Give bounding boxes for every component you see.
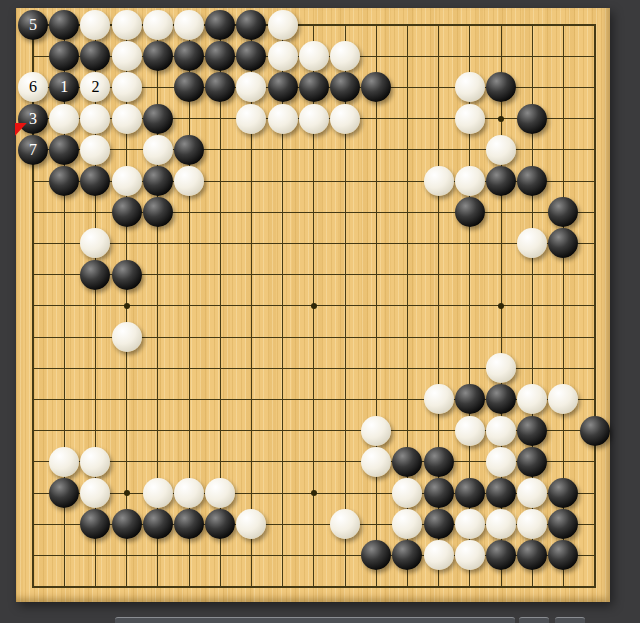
black-stone[interactable] (236, 41, 266, 71)
black-stone[interactable] (143, 509, 173, 539)
white-stone[interactable] (392, 509, 422, 539)
white-stone[interactable] (268, 41, 298, 71)
white-stone[interactable] (455, 509, 485, 539)
star-point (498, 303, 504, 309)
black-stone[interactable] (205, 72, 235, 102)
black-stone[interactable] (548, 509, 578, 539)
black-stone[interactable] (268, 72, 298, 102)
black-stone[interactable] (392, 447, 422, 477)
white-stone[interactable] (112, 322, 142, 352)
white-stone[interactable] (49, 447, 79, 477)
black-stone[interactable] (517, 104, 547, 134)
white-stone[interactable] (424, 540, 454, 570)
white-stone[interactable] (486, 135, 516, 165)
move-number-label: 5 (29, 17, 37, 33)
move-number-label: 1 (60, 79, 68, 95)
black-stone[interactable] (143, 166, 173, 196)
toolbar-button-partial[interactable] (555, 617, 585, 623)
white-stone[interactable] (174, 166, 204, 196)
star-point (311, 303, 317, 309)
white-stone[interactable] (486, 416, 516, 446)
white-stone[interactable] (455, 416, 485, 446)
white-stone[interactable] (455, 166, 485, 196)
black-stone[interactable] (548, 540, 578, 570)
black-stone[interactable] (49, 10, 79, 40)
toolbar-button-partial[interactable] (519, 617, 549, 623)
go-board[interactable]: 561237 (16, 8, 610, 602)
star-point (124, 303, 130, 309)
black-stone[interactable] (174, 72, 204, 102)
white-stone[interactable] (112, 72, 142, 102)
black-stone[interactable] (424, 509, 454, 539)
move-number-label: 7 (29, 142, 37, 158)
move-number-label: 6 (29, 79, 37, 95)
white-stone[interactable] (174, 478, 204, 508)
white-stone[interactable] (424, 384, 454, 414)
white-stone[interactable] (236, 509, 266, 539)
black-stone[interactable]: 3 (18, 104, 48, 134)
black-stone[interactable]: 7 (18, 135, 48, 165)
black-stone[interactable] (548, 478, 578, 508)
black-stone[interactable] (330, 72, 360, 102)
black-stone[interactable] (299, 72, 329, 102)
black-stone[interactable] (486, 384, 516, 414)
white-stone[interactable] (455, 540, 485, 570)
black-stone[interactable] (174, 509, 204, 539)
white-stone[interactable] (49, 104, 79, 134)
black-stone[interactable] (517, 447, 547, 477)
black-stone[interactable] (49, 41, 79, 71)
black-stone[interactable] (486, 478, 516, 508)
white-stone[interactable] (236, 104, 266, 134)
grid-line-horizontal (32, 586, 596, 588)
white-stone[interactable] (517, 509, 547, 539)
move-number-label: 2 (91, 79, 99, 95)
white-stone[interactable] (80, 478, 110, 508)
white-stone[interactable] (112, 166, 142, 196)
white-stone[interactable] (392, 478, 422, 508)
black-stone[interactable] (548, 197, 578, 227)
white-stone[interactable] (548, 384, 578, 414)
grid-line-vertical (594, 24, 596, 588)
black-stone[interactable] (205, 10, 235, 40)
white-stone[interactable] (80, 228, 110, 258)
white-stone[interactable] (112, 104, 142, 134)
white-stone[interactable]: 6 (18, 72, 48, 102)
white-stone[interactable] (424, 166, 454, 196)
white-stone[interactable] (455, 72, 485, 102)
white-stone[interactable] (268, 104, 298, 134)
white-stone[interactable] (174, 10, 204, 40)
black-stone[interactable] (455, 478, 485, 508)
white-stone[interactable] (236, 72, 266, 102)
black-stone[interactable] (49, 135, 79, 165)
black-stone[interactable] (80, 260, 110, 290)
white-stone[interactable] (330, 41, 360, 71)
black-stone[interactable] (49, 478, 79, 508)
white-stone[interactable] (361, 447, 391, 477)
white-stone[interactable] (517, 478, 547, 508)
black-stone[interactable] (455, 197, 485, 227)
black-stone[interactable] (486, 166, 516, 196)
black-stone[interactable] (580, 416, 610, 446)
white-stone[interactable] (361, 416, 391, 446)
black-stone[interactable] (548, 228, 578, 258)
black-stone[interactable] (455, 384, 485, 414)
black-stone[interactable] (174, 41, 204, 71)
black-stone[interactable] (486, 72, 516, 102)
star-point (311, 490, 317, 496)
black-stone[interactable] (424, 478, 454, 508)
black-stone[interactable]: 5 (18, 10, 48, 40)
black-stone[interactable] (424, 447, 454, 477)
black-stone[interactable] (174, 135, 204, 165)
white-stone[interactable] (486, 447, 516, 477)
toolbar-button-partial[interactable] (115, 617, 515, 623)
white-stone[interactable]: 2 (80, 72, 110, 102)
black-stone[interactable] (486, 540, 516, 570)
black-stone[interactable] (361, 540, 391, 570)
white-stone[interactable] (112, 10, 142, 40)
black-stone[interactable] (517, 416, 547, 446)
black-stone[interactable] (112, 197, 142, 227)
white-stone[interactable] (299, 104, 329, 134)
white-stone[interactable] (268, 10, 298, 40)
white-stone[interactable] (299, 41, 329, 71)
black-stone[interactable]: 1 (49, 72, 79, 102)
white-stone[interactable] (330, 509, 360, 539)
white-stone[interactable] (517, 228, 547, 258)
white-stone[interactable] (80, 135, 110, 165)
white-stone[interactable] (143, 135, 173, 165)
black-stone[interactable] (80, 166, 110, 196)
black-stone[interactable] (517, 166, 547, 196)
app-window: 561237 (0, 0, 640, 623)
white-stone[interactable] (80, 104, 110, 134)
black-stone[interactable] (49, 166, 79, 196)
black-stone[interactable] (517, 540, 547, 570)
white-stone[interactable] (486, 353, 516, 383)
white-stone[interactable] (143, 10, 173, 40)
black-stone[interactable] (143, 41, 173, 71)
white-stone[interactable] (330, 104, 360, 134)
star-point (498, 116, 504, 122)
black-stone[interactable] (143, 197, 173, 227)
white-stone[interactable] (80, 447, 110, 477)
black-stone[interactable] (392, 540, 422, 570)
white-stone[interactable] (143, 478, 173, 508)
white-stone[interactable] (112, 41, 142, 71)
white-stone[interactable] (517, 384, 547, 414)
black-stone[interactable] (205, 509, 235, 539)
black-stone[interactable] (143, 104, 173, 134)
star-point (124, 490, 130, 496)
black-stone[interactable] (112, 509, 142, 539)
black-stone[interactable] (80, 509, 110, 539)
white-stone[interactable] (455, 104, 485, 134)
black-stone[interactable] (361, 72, 391, 102)
black-stone[interactable] (112, 260, 142, 290)
white-stone[interactable] (205, 478, 235, 508)
white-stone[interactable] (486, 509, 516, 539)
white-stone[interactable] (80, 10, 110, 40)
black-stone[interactable] (205, 41, 235, 71)
grid-line-vertical (376, 24, 377, 588)
black-stone[interactable] (236, 10, 266, 40)
black-stone[interactable] (80, 41, 110, 71)
move-number-label: 3 (29, 111, 37, 127)
